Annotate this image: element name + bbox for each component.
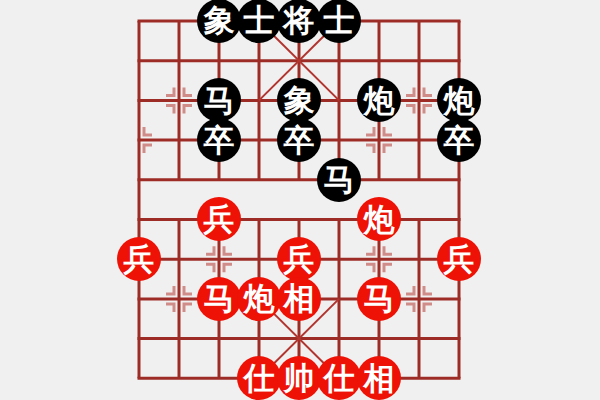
piece-black-horse[interactable]: 马 xyxy=(317,158,361,202)
piece-black-soldier[interactable]: 卒 xyxy=(437,118,481,162)
piece-black-cannon[interactable]: 炮 xyxy=(437,78,481,122)
piece-red-general[interactable]: 帅 xyxy=(277,356,321,400)
piece-black-advisor[interactable]: 士 xyxy=(237,0,281,43)
piece-red-soldier[interactable]: 兵 xyxy=(437,237,481,281)
piece-red-soldier[interactable]: 兵 xyxy=(197,197,241,241)
piece-layer: 象士将士马象炮炮卒卒卒马兵炮兵兵兵马炮相马仕帅仕相 xyxy=(119,1,479,398)
piece-red-advisor[interactable]: 仕 xyxy=(237,356,281,400)
piece-black-elephant[interactable]: 象 xyxy=(277,78,321,122)
piece-red-cannon[interactable]: 炮 xyxy=(357,197,401,241)
piece-black-elephant[interactable]: 象 xyxy=(197,0,241,43)
piece-black-soldier[interactable]: 卒 xyxy=(277,118,321,162)
piece-black-cannon[interactable]: 炮 xyxy=(357,78,401,122)
piece-red-horse[interactable]: 马 xyxy=(197,277,241,321)
piece-red-soldier[interactable]: 兵 xyxy=(117,237,161,281)
piece-red-cannon[interactable]: 炮 xyxy=(237,277,281,321)
piece-red-elephant[interactable]: 相 xyxy=(277,277,321,321)
piece-red-elephant[interactable]: 相 xyxy=(357,356,401,400)
piece-red-advisor[interactable]: 仕 xyxy=(317,356,361,400)
piece-red-horse[interactable]: 马 xyxy=(357,277,401,321)
piece-black-general[interactable]: 将 xyxy=(277,0,321,43)
xiangqi-board[interactable]: 象士将士马象炮炮卒卒卒马兵炮兵兵兵马炮相马仕帅仕相 xyxy=(0,0,600,400)
piece-red-soldier[interactable]: 兵 xyxy=(277,237,321,281)
piece-black-soldier[interactable]: 卒 xyxy=(197,118,241,162)
piece-black-advisor[interactable]: 士 xyxy=(317,0,361,43)
piece-black-horse[interactable]: 马 xyxy=(197,78,241,122)
